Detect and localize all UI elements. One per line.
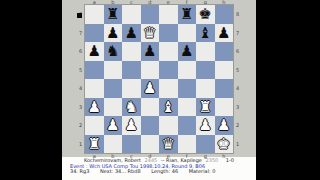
square-h3 [215, 98, 234, 117]
square-a8 [85, 5, 104, 24]
white-pawn-d4: ♟ [143, 79, 156, 98]
square-a3: ♟ [85, 98, 104, 117]
video-frame: abcdefgh 87654321 ♜♜♚♟♟♛♝♟♟♞♟♟♟♟♞♝♜♟♟♟♟♜… [0, 0, 320, 180]
move-info-line: 34. Rg3 Next: 34... Rbd8 Length: 46 Mate… [62, 169, 264, 175]
white-pawn-a3: ♟ [88, 98, 101, 117]
square-b3 [104, 98, 123, 117]
square-b2: ♟ [104, 116, 123, 135]
square-b7: ♟ [104, 24, 123, 43]
square-h8 [215, 5, 234, 24]
black-pawn-c7: ♟ [125, 24, 138, 43]
board: ♜♜♚♟♟♛♝♟♟♞♟♟♟♟♞♝♜♟♟♟♟♜♛♚ [85, 5, 233, 153]
square-c2: ♟ [122, 116, 141, 135]
square-h2: ♟ [215, 116, 234, 135]
square-g4 [196, 79, 215, 98]
rank-label-4: 4 [234, 79, 241, 98]
square-a6: ♟ [85, 42, 104, 61]
black-pawn-b7: ♟ [106, 24, 119, 43]
square-g8: ♚ [196, 5, 215, 24]
white-rook-a1: ♜ [88, 135, 101, 154]
square-f8: ♜ [178, 5, 197, 24]
black-pawn-a6: ♟ [88, 42, 101, 61]
square-b8: ♜ [104, 5, 123, 24]
square-d2 [141, 116, 160, 135]
square-g3: ♜ [196, 98, 215, 117]
square-f6: ♟ [178, 42, 197, 61]
square-e1: ♛ [159, 135, 178, 154]
square-a5 [85, 61, 104, 80]
black-king-g8: ♚ [199, 5, 212, 24]
rank-labels-right: 87654321 [234, 5, 241, 153]
square-h6 [215, 42, 234, 61]
square-e7 [159, 24, 178, 43]
black-rook-f8: ♜ [180, 5, 193, 24]
square-h4 [215, 79, 234, 98]
black-pawn-f6: ♟ [180, 42, 193, 61]
material-balance: Material: 0 [189, 168, 216, 174]
square-g2: ♟ [196, 116, 215, 135]
rank-label-6: 6 [77, 42, 84, 61]
square-a2 [85, 116, 104, 135]
square-e5 [159, 61, 178, 80]
black-player-elo: 2350 [206, 157, 219, 163]
square-d4: ♟ [141, 79, 160, 98]
square-g1 [196, 135, 215, 154]
square-c1 [122, 135, 141, 154]
square-d3 [141, 98, 160, 117]
square-a1: ♜ [85, 135, 104, 154]
square-a7 [85, 24, 104, 43]
next-move: Next: 34... Rbd8 [100, 168, 141, 174]
black-knight-b6: ♞ [106, 42, 119, 61]
square-c6 [122, 42, 141, 61]
square-f7 [178, 24, 197, 43]
rank-label-5: 5 [234, 61, 241, 80]
rank-label-1: 1 [77, 135, 84, 154]
square-h5 [215, 61, 234, 80]
game-result: 1-0 [226, 157, 234, 163]
white-pawn-c2: ♟ [125, 116, 138, 135]
white-queen-d7: ♛ [143, 24, 156, 43]
black-bishop-g7: ♝ [199, 24, 212, 43]
square-d6: ♟ [141, 42, 160, 61]
square-c4 [122, 79, 141, 98]
rank-label-4: 4 [77, 79, 84, 98]
rank-label-2: 2 [77, 116, 84, 135]
white-pawn-h2: ♟ [217, 116, 230, 135]
square-h7: ♟ [215, 24, 234, 43]
white-queen-e1: ♛ [162, 135, 175, 154]
rank-label-3: 3 [77, 98, 84, 117]
rank-label-7: 7 [77, 24, 84, 43]
rank-label-6: 6 [234, 42, 241, 61]
square-b4 [104, 79, 123, 98]
white-rook-g3: ♜ [199, 98, 212, 117]
square-a4 [85, 79, 104, 98]
rank-labels-left: 87654321 [77, 5, 84, 153]
white-bishop-e3: ♝ [162, 98, 175, 117]
black-pawn-h7: ♟ [217, 24, 230, 43]
square-f4 [178, 79, 197, 98]
white-king-h1: ♚ [217, 135, 230, 154]
square-f2 [178, 116, 197, 135]
black-pawn-d6: ♟ [143, 42, 156, 61]
square-g6 [196, 42, 215, 61]
black-rook-b8: ♜ [106, 5, 119, 24]
black-to-move-indicator [77, 13, 82, 18]
rank-label-3: 3 [234, 98, 241, 117]
rank-label-8: 8 [234, 5, 241, 24]
square-d8 [141, 5, 160, 24]
square-e2 [159, 116, 178, 135]
square-b1 [104, 135, 123, 154]
rank-label-7: 7 [234, 24, 241, 43]
square-f3 [178, 98, 197, 117]
square-e4 [159, 79, 178, 98]
white-knight-c3: ♞ [125, 98, 138, 117]
square-g7: ♝ [196, 24, 215, 43]
square-c7: ♟ [122, 24, 141, 43]
square-f5 [178, 61, 197, 80]
rank-label-1: 1 [234, 135, 241, 154]
square-e8 [159, 5, 178, 24]
square-d5 [141, 61, 160, 80]
square-d1 [141, 135, 160, 154]
square-h1: ♚ [215, 135, 234, 154]
white-pawn-b2: ♟ [106, 116, 119, 135]
square-e3: ♝ [159, 98, 178, 117]
square-c3: ♞ [122, 98, 141, 117]
square-c8 [122, 5, 141, 24]
square-b6: ♞ [104, 42, 123, 61]
square-c5 [122, 61, 141, 80]
game-length: Length: 46 [151, 168, 178, 174]
current-move: 34. Rg3 [70, 168, 89, 174]
rank-label-2: 2 [234, 116, 241, 135]
square-b5 [104, 61, 123, 80]
square-e6 [159, 42, 178, 61]
square-g5 [196, 61, 215, 80]
white-pawn-g2: ♟ [199, 116, 212, 135]
square-d7: ♛ [141, 24, 160, 43]
rank-label-5: 5 [77, 61, 84, 80]
square-f1 [178, 135, 197, 154]
